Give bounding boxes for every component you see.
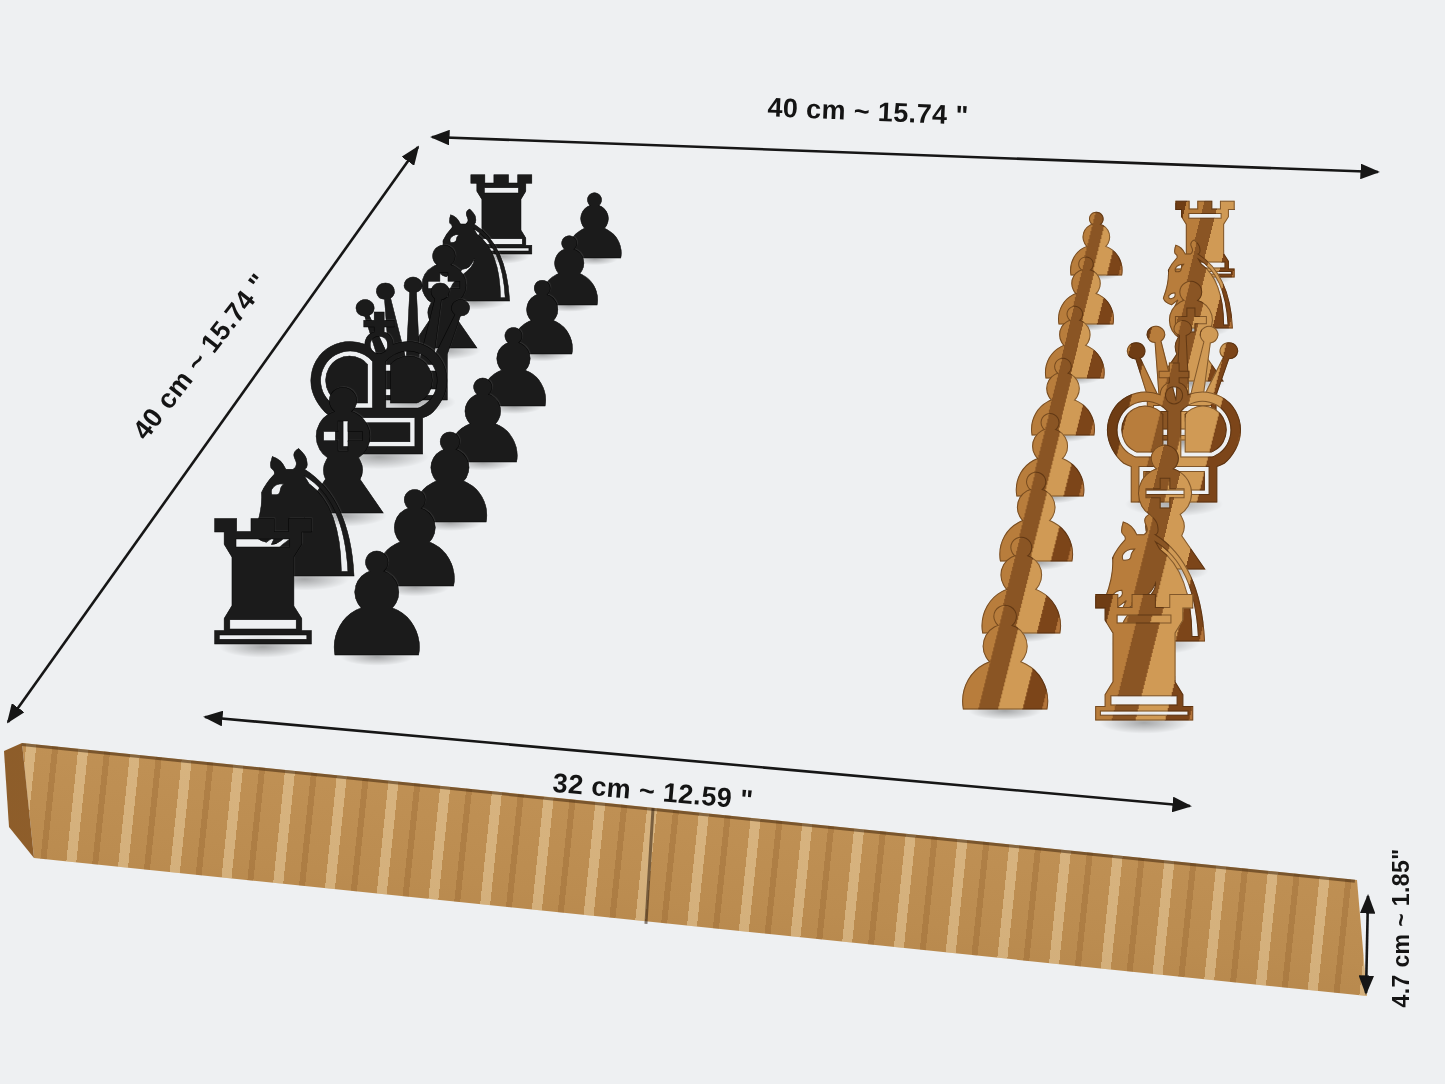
square-c5-r6 — [719, 512, 861, 586]
square-c3-r6 — [488, 498, 630, 569]
chess-piece-black-pawn: ♟ — [497, 269, 588, 370]
square-c1-r8 — [184, 610, 339, 690]
square-c3-r1 — [630, 241, 749, 290]
square-c3-r3 — [579, 334, 706, 390]
square-c1-r5 — [310, 428, 447, 491]
chess-piece-black-pawn: ♟ — [395, 418, 505, 541]
piece-shadow — [298, 505, 387, 527]
square-c7-r4 — [997, 406, 1127, 471]
square-c2-r8 — [298, 619, 453, 701]
playfield-shading — [184, 235, 1262, 773]
outer-width-label: 40 cm ~ 15.74 " — [767, 92, 969, 131]
square-c5-r4 — [768, 395, 899, 458]
square-c6-r8 — [793, 658, 947, 748]
square-c8-r1 — [1146, 255, 1263, 308]
chess-piece-white-pawn: ♟ — [1045, 247, 1127, 339]
square-c4-r2 — [706, 289, 828, 342]
square-c3-r4 — [551, 385, 683, 446]
piece-shadow — [1121, 560, 1209, 582]
piece-shadow — [1178, 272, 1232, 285]
chess-piece-black-pawn: ♟ — [356, 474, 475, 606]
square-c8-r8 — [1067, 679, 1219, 773]
chess-piece-white-pawn: ♟ — [1000, 400, 1101, 513]
square-c6-r3 — [899, 346, 1025, 405]
square-c6-r5 — [861, 458, 997, 527]
chess-piece-white-pawn: ♟ — [1031, 295, 1119, 393]
square-c5-r1 — [828, 246, 946, 296]
square-c8-r3 — [1127, 355, 1252, 416]
chess-piece-white-bishop: ♝ — [1089, 426, 1241, 595]
piece-shadow — [1049, 372, 1100, 385]
piece-shadow — [1074, 270, 1119, 281]
square-c4-r3 — [683, 338, 810, 395]
case-height-label: 4.7 cm ~ 1.85" — [1388, 848, 1415, 1007]
square-c6-r1 — [932, 249, 1050, 300]
piece-shadow — [1099, 712, 1189, 734]
chess-piece-black-bishop: ♝ — [381, 230, 508, 371]
piece-shadow — [1021, 489, 1080, 504]
board-fold-seam — [629, 202, 866, 806]
chess-piece-white-pawn: ♟ — [1058, 202, 1135, 288]
square-c8-r5 — [1106, 471, 1241, 543]
square-c4-r5 — [631, 445, 768, 512]
piece-shadow — [380, 579, 449, 596]
chess-piece-white-pawn: ♟ — [982, 459, 1091, 581]
piece-shadow — [418, 515, 482, 531]
square-c1-r1 — [442, 235, 561, 282]
piece-shadow — [1036, 429, 1091, 443]
square-c2-r4 — [447, 380, 579, 439]
square-c7-r8 — [928, 668, 1081, 760]
chess-piece-white-rook: ♜ — [1158, 190, 1251, 294]
square-c5-r7 — [693, 577, 841, 657]
chess-piece-black-rook: ♜ — [453, 164, 550, 273]
piece-shadow — [441, 294, 506, 310]
piece-shadow — [571, 254, 617, 266]
chess-piece-black-knight: ♞ — [226, 429, 383, 604]
outer-depth-label: 40 cm ~ 15.74 " — [127, 268, 275, 446]
chess-piece-white-pawn: ♟ — [1016, 346, 1110, 451]
piece-shadow — [1110, 633, 1200, 656]
square-c3-r5 — [521, 440, 658, 505]
square-c6-r4 — [881, 400, 1012, 464]
square-c2-r1 — [535, 238, 654, 286]
chess-piece-white-pawn: ♟ — [963, 522, 1081, 653]
piece-shadow — [453, 456, 513, 471]
chess-piece-black-pawn: ♟ — [554, 184, 634, 273]
chess-piece-white-pawn: ♟ — [942, 589, 1069, 731]
square-c6-r2 — [916, 296, 1038, 351]
piece-shadow — [1155, 375, 1226, 393]
square-c6-r7 — [818, 586, 965, 668]
square-c8-r6 — [1094, 535, 1234, 614]
piece-shadow — [987, 625, 1055, 642]
square-c4-r7 — [571, 569, 719, 648]
piece-shadow — [1125, 492, 1224, 517]
square-c4-r6 — [602, 505, 744, 577]
chess-piece-black-knight: ♞ — [417, 194, 530, 320]
piece-shadow — [218, 636, 308, 658]
square-c5-r2 — [809, 293, 931, 347]
piece-shadow — [369, 391, 457, 413]
chess-piece-white-knight: ♞ — [1144, 226, 1252, 347]
piece-shadow — [968, 702, 1042, 720]
square-c7-r2 — [1025, 300, 1146, 356]
square-c1-r7 — [229, 545, 378, 619]
case-front-face — [0, 0, 1445, 1084]
square-c3-r7 — [454, 561, 602, 638]
square-c1-r4 — [346, 375, 478, 433]
chess-piece-white-rook: ♜ — [1067, 575, 1222, 747]
piece-shadow — [473, 249, 530, 263]
square-c8-r2 — [1137, 304, 1258, 361]
chess-piece-black-pawn: ♟ — [527, 225, 612, 320]
square-c4-r4 — [658, 390, 790, 452]
piece-shadow — [259, 568, 350, 591]
square-c1-r6 — [271, 485, 414, 553]
square-c1-r3 — [380, 326, 507, 380]
chess-piece-black-queen: ♛ — [337, 258, 488, 426]
chess-playfield — [184, 235, 1262, 773]
piece-shadow — [516, 348, 569, 361]
chess-piece-black-king: ♚ — [292, 290, 466, 484]
chess-piece-white-bishop: ♝ — [1129, 267, 1251, 403]
piece-shadow — [1005, 555, 1068, 571]
square-c4-r1 — [728, 243, 846, 292]
square-c7-r1 — [1037, 252, 1154, 304]
square-c2-r2 — [507, 282, 630, 333]
square-c2-r5 — [414, 434, 551, 498]
piece-shadow — [1062, 319, 1110, 331]
chess-piece-black-bishop: ♝ — [266, 368, 420, 540]
square-c5-r3 — [789, 342, 915, 400]
piece-shadow — [545, 299, 594, 311]
square-c7-r6 — [965, 527, 1106, 604]
chess-piece-white-king: ♚ — [1089, 341, 1259, 531]
product-photo-scene: ♜♟♟♜♞♟♟♞♝♟♟♝♛♟♟♛♚♟♟♚♝♟♟♝♞♟♟♞♜♟♟♜ 40 cm ~… — [0, 0, 1445, 1084]
chess-piece-white-queen: ♛ — [1109, 301, 1256, 464]
piece-shadow — [1167, 321, 1230, 337]
piece-shadow — [407, 341, 480, 359]
square-c8-r7 — [1081, 604, 1227, 690]
chess-piece-white-knight: ♞ — [1077, 495, 1232, 668]
chess-piece-black-pawn: ♟ — [465, 315, 562, 423]
piece-shadow — [1140, 431, 1225, 452]
square-c7-r3 — [1011, 351, 1137, 411]
square-c3-r8 — [416, 628, 571, 712]
square-c2-r3 — [478, 330, 605, 385]
piece-shadow — [486, 400, 542, 414]
square-c5-r5 — [744, 451, 880, 519]
chess-piece-black-pawn: ♟ — [313, 535, 441, 677]
square-c7-r7 — [947, 595, 1094, 679]
piece-shadow — [328, 444, 429, 469]
square-c2-r6 — [378, 491, 521, 560]
square-c7-r5 — [982, 464, 1117, 535]
piece-shadow — [340, 647, 414, 666]
outer-width-arrow — [432, 137, 1378, 172]
chess-piece-black-rook: ♜ — [186, 499, 340, 671]
square-c8-r4 — [1117, 411, 1247, 477]
square-c1-r2 — [412, 279, 535, 329]
square-c6-r6 — [840, 519, 981, 594]
chess-piece-black-pawn: ♟ — [431, 365, 534, 480]
square-c4-r8 — [538, 638, 693, 724]
square-c2-r7 — [340, 553, 489, 628]
case-height-arrow — [1366, 896, 1368, 993]
outer-depth-arrow — [8, 147, 418, 722]
square-c5-r8 — [663, 647, 817, 735]
square-c3-r2 — [605, 286, 728, 338]
